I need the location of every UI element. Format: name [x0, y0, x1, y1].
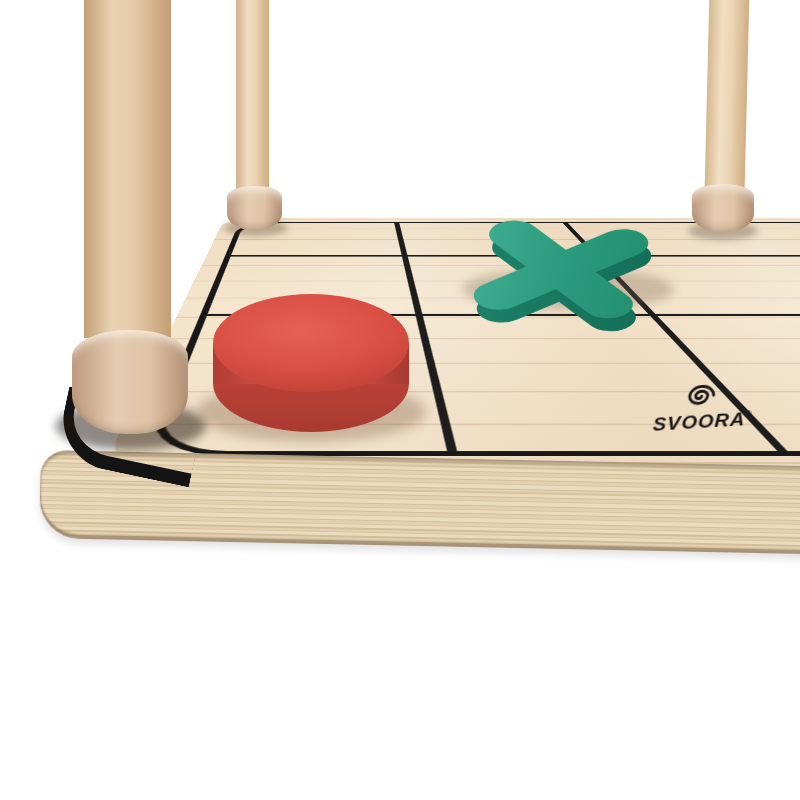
spiral-logo-icon — [682, 380, 721, 412]
brand-logo: SVOORA® — [637, 377, 769, 445]
front-left-post — [84, 0, 171, 338]
registered-mark: ® — [745, 410, 752, 419]
back-left-post — [236, 0, 269, 194]
green-cross-top — [413, 186, 710, 352]
red-disc-piece-o[interactable] — [213, 294, 409, 432]
front-left-post-base — [72, 330, 188, 434]
back-right-post-base — [692, 184, 754, 232]
brand-wordmark: SVOORA® — [637, 408, 768, 434]
red-disc-top — [213, 294, 409, 392]
back-right-post — [705, 0, 750, 192]
green-cross-piece-x[interactable] — [455, 210, 667, 329]
back-left-post-base — [227, 186, 282, 230]
product-photo-scene: SVOORA® — [0, 0, 800, 800]
brand-name-text: SVOORA — [652, 408, 745, 434]
